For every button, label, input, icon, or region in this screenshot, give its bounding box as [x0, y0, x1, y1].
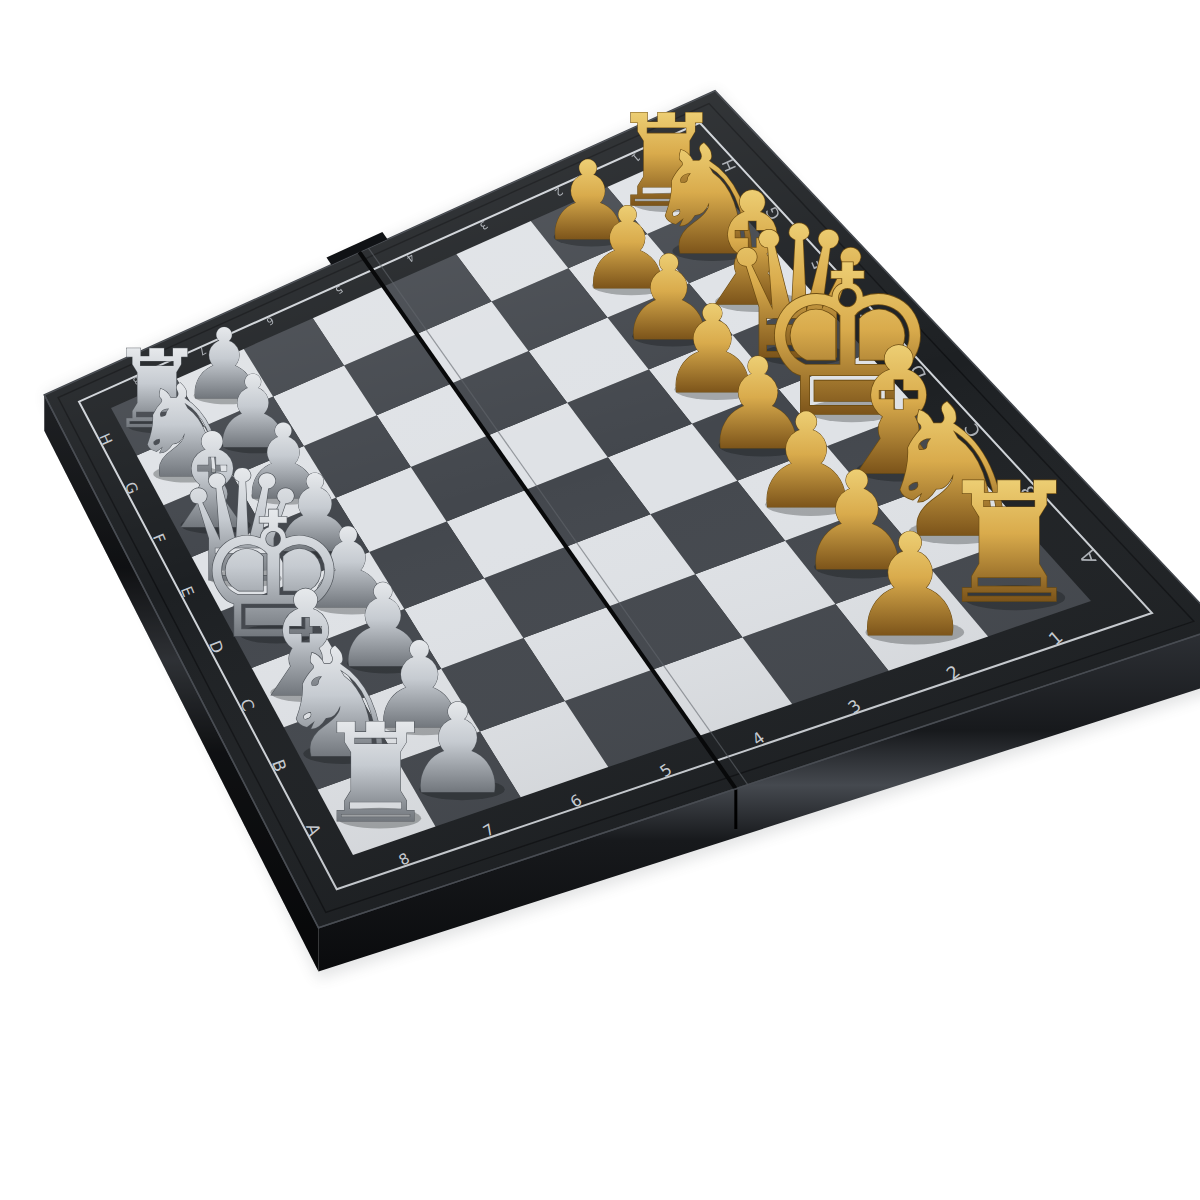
product-photo: AABBCCDDEEFFGGHH1122334455667788♜♟♞♟♝♟♛♟…: [0, 0, 1200, 1200]
chessboard: AABBCCDDEEFFGGHH1122334455667788♜♟♞♟♝♟♛♟…: [0, 0, 1200, 1200]
piece-silver-rook-a8: ♜: [314, 694, 436, 853]
piece-gold-pawn-a2: ♟: [846, 503, 973, 669]
